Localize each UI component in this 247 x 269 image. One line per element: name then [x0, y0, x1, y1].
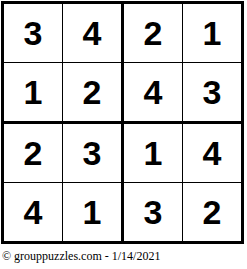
cell-r3c2: 3	[63, 124, 124, 183]
cell-r3c4: 4	[183, 124, 241, 183]
cell-r3c3: 1	[124, 124, 183, 183]
copyright-credit: © grouppuzzles.com - 1/14/2021	[2, 249, 160, 263]
cell-r4c1: 4	[4, 183, 63, 241]
sudoku-board: 3421124323144132	[1, 1, 244, 244]
sudoku-page: 3421124323144132 © grouppuzzles.com - 1/…	[0, 0, 247, 269]
cell-r2c1: 1	[4, 63, 63, 124]
cell-r4c2: 1	[63, 183, 124, 241]
cell-r1c2: 4	[63, 4, 124, 63]
cell-r2c4: 3	[183, 63, 241, 124]
cell-r1c3: 2	[124, 4, 183, 63]
cell-r2c3: 4	[124, 63, 183, 124]
cell-r4c4: 2	[183, 183, 241, 241]
cell-r1c4: 1	[183, 4, 241, 63]
cell-r1c1: 3	[4, 4, 63, 63]
cell-r4c3: 3	[124, 183, 183, 241]
cell-r2c2: 2	[63, 63, 124, 124]
cell-r3c1: 2	[4, 124, 63, 183]
